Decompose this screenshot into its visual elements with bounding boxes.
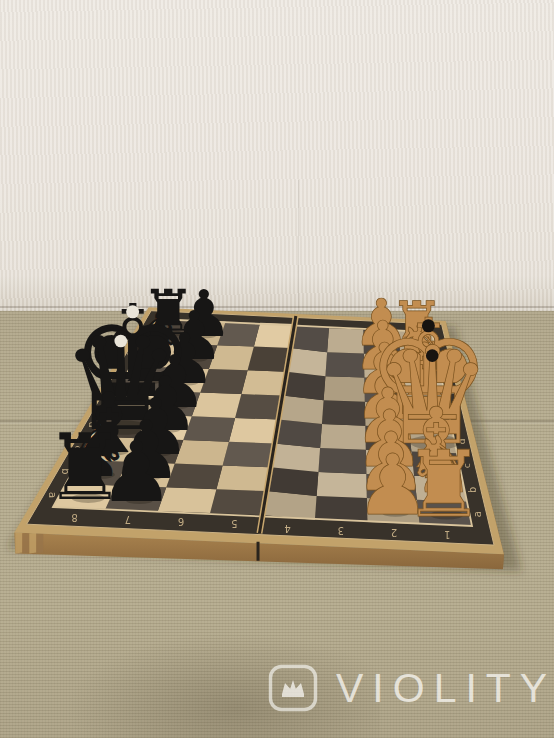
chess-board: 87654321abcdefghabcdefgh♜♟♟♜♞♟♟♞♝♟♟♝♚♟♟♚… — [0, 0, 554, 738]
violity-watermark: VIOLITY — [267, 663, 554, 713]
square-d5 — [229, 418, 279, 444]
square-d4 — [275, 420, 322, 449]
rank-label-3: 3 — [338, 525, 344, 536]
black-queen-finial — [114, 335, 127, 348]
square-f5 — [241, 370, 286, 395]
piece-white-rook-a1: ♜ — [403, 431, 485, 538]
white-queen-finial — [426, 349, 439, 362]
square-a5 — [210, 489, 266, 515]
square-g5 — [248, 347, 291, 372]
finger-joint — [15, 532, 22, 553]
square-e4 — [279, 396, 324, 425]
watermark-text: VIOLITY — [336, 668, 554, 709]
square-b4 — [267, 467, 319, 496]
crown-icon — [267, 663, 319, 713]
finger-joint — [22, 532, 29, 553]
square-c4 — [271, 443, 321, 472]
square-e5 — [235, 394, 282, 419]
rank-label-4: 4 — [284, 523, 290, 534]
rank-label-6: 6 — [178, 516, 184, 527]
piece-black-pawn-a7: ♟ — [99, 423, 174, 521]
finger-joint — [29, 532, 36, 553]
finger-joint — [36, 532, 43, 553]
rank-label-5: 5 — [231, 518, 237, 529]
square-f4 — [283, 372, 326, 400]
square-c5 — [223, 442, 275, 468]
square-b5 — [216, 465, 270, 491]
square-a4 — [263, 491, 317, 520]
photo-scene: 87654321abcdefghabcdefgh♜♟♟♜♞♟♟♞♝♟♟♝♚♟♟♚… — [0, 0, 554, 738]
